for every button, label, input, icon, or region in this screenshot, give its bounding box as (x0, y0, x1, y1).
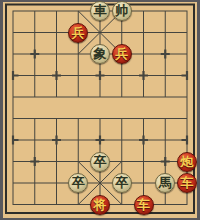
board-point-i7[interactable]: 炮 (176, 151, 198, 173)
board-point-i4[interactable] (176, 86, 198, 108)
board-point-e3[interactable] (89, 65, 111, 87)
board-point-c0[interactable] (46, 0, 68, 22)
board-point-a2[interactable] (2, 43, 24, 65)
board-point-e0[interactable]: 車 (89, 0, 111, 22)
piece-ivory-soldier[interactable]: 卒 (112, 173, 132, 193)
board-point-f5[interactable] (111, 108, 133, 130)
piece-red-general[interactable]: 将 (90, 195, 110, 215)
board-point-d4[interactable] (67, 86, 89, 108)
board-point-b1[interactable] (24, 22, 46, 44)
board-point-b3[interactable] (24, 65, 46, 87)
board-point-e1[interactable] (89, 22, 111, 44)
board-point-e2[interactable]: 象 (89, 43, 111, 65)
piece-ivory-soldier[interactable]: 卒 (90, 152, 110, 172)
board-point-h0[interactable] (154, 0, 176, 22)
piece-red-soldier[interactable]: 兵 (112, 44, 132, 64)
board-point-i1[interactable] (176, 22, 198, 44)
board-point-h8[interactable]: 馬 (154, 172, 176, 194)
board-point-f8[interactable]: 卒 (111, 172, 133, 194)
board-point-g8[interactable] (133, 172, 155, 194)
board-point-c1[interactable] (46, 22, 68, 44)
piece-ivory-elephant[interactable]: 象 (90, 44, 110, 64)
board-point-b6[interactable] (24, 129, 46, 151)
board-point-a6[interactable] (2, 129, 24, 151)
board-point-i5[interactable] (176, 108, 198, 130)
piece-ivory-general[interactable]: 帅 (112, 1, 132, 21)
board-point-a3[interactable] (2, 65, 24, 87)
board-point-b0[interactable] (24, 0, 46, 22)
board-point-b7[interactable] (24, 151, 46, 173)
board-point-d2[interactable] (67, 43, 89, 65)
board-point-c6[interactable] (46, 129, 68, 151)
board-point-i3[interactable] (176, 65, 198, 87)
board-point-i9[interactable] (176, 194, 198, 216)
board-point-g2[interactable] (133, 43, 155, 65)
board-point-c4[interactable] (46, 86, 68, 108)
board-point-f0[interactable]: 帅 (111, 0, 133, 22)
board-points: 車帅兵象兵卒炮卒卒馬车将车 (2, 0, 198, 215)
board-point-a4[interactable] (2, 86, 24, 108)
board-point-g4[interactable] (133, 86, 155, 108)
board-point-i8[interactable]: 车 (176, 172, 198, 194)
board-point-c5[interactable] (46, 108, 68, 130)
piece-ivory-soldier[interactable]: 卒 (68, 173, 88, 193)
board-point-f1[interactable] (111, 22, 133, 44)
board-point-d5[interactable] (67, 108, 89, 130)
piece-red-cannon[interactable]: 炮 (177, 152, 197, 172)
board-point-d8[interactable]: 卒 (67, 172, 89, 194)
board-point-e7[interactable]: 卒 (89, 151, 111, 173)
board-point-c9[interactable] (46, 194, 68, 216)
piece-ivory-horse[interactable]: 馬 (155, 173, 175, 193)
board-point-d6[interactable] (67, 129, 89, 151)
board-point-g5[interactable] (133, 108, 155, 130)
board-point-h1[interactable] (154, 22, 176, 44)
board-point-a0[interactable] (2, 0, 24, 22)
piece-red-soldier[interactable]: 兵 (68, 23, 88, 43)
board-point-e9[interactable]: 将 (89, 194, 111, 216)
board-point-d3[interactable] (67, 65, 89, 87)
board-point-f4[interactable] (111, 86, 133, 108)
board-point-h7[interactable] (154, 151, 176, 173)
board-point-c8[interactable] (46, 172, 68, 194)
board-point-h4[interactable] (154, 86, 176, 108)
board-point-g6[interactable] (133, 129, 155, 151)
board-point-i6[interactable] (176, 129, 198, 151)
board-point-b2[interactable] (24, 43, 46, 65)
board-point-h5[interactable] (154, 108, 176, 130)
piece-ivory-chariot[interactable]: 車 (90, 1, 110, 21)
board-point-e5[interactable] (89, 108, 111, 130)
board-point-e6[interactable] (89, 129, 111, 151)
board-point-f3[interactable] (111, 65, 133, 87)
board-point-b9[interactable] (24, 194, 46, 216)
board-point-f9[interactable] (111, 194, 133, 216)
board-point-a9[interactable] (2, 194, 24, 216)
board-point-g7[interactable] (133, 151, 155, 173)
board-point-h3[interactable] (154, 65, 176, 87)
board-point-h2[interactable] (154, 43, 176, 65)
board-point-d1[interactable]: 兵 (67, 22, 89, 44)
board-point-d0[interactable] (67, 0, 89, 22)
board-point-a8[interactable] (2, 172, 24, 194)
board-point-d7[interactable] (67, 151, 89, 173)
board-point-c2[interactable] (46, 43, 68, 65)
board-point-i0[interactable] (176, 0, 198, 22)
board-point-c3[interactable] (46, 65, 68, 87)
board-point-h6[interactable] (154, 129, 176, 151)
board-point-g9[interactable]: 车 (133, 194, 155, 216)
board-point-a1[interactable] (2, 22, 24, 44)
board-point-f6[interactable] (111, 129, 133, 151)
board-point-b5[interactable] (24, 108, 46, 130)
board-point-e8[interactable] (89, 172, 111, 194)
piece-red-chariot[interactable]: 车 (177, 173, 197, 193)
board-point-f2[interactable]: 兵 (111, 43, 133, 65)
board-point-h9[interactable] (154, 194, 176, 216)
board-point-b4[interactable] (24, 86, 46, 108)
xiangqi-app-window: 車帅兵象兵卒炮卒卒馬车将车 (0, 0, 200, 220)
board-point-g1[interactable] (133, 22, 155, 44)
board-point-b8[interactable] (24, 172, 46, 194)
board-point-c7[interactable] (46, 151, 68, 173)
board-point-d9[interactable] (67, 194, 89, 216)
board-point-f7[interactable] (111, 151, 133, 173)
piece-red-chariot[interactable]: 车 (134, 195, 154, 215)
board-point-g3[interactable] (133, 65, 155, 87)
board-point-a5[interactable] (2, 108, 24, 130)
board-point-g0[interactable] (133, 0, 155, 22)
board-point-a7[interactable] (2, 151, 24, 173)
board-point-e4[interactable] (89, 86, 111, 108)
board-point-i2[interactable] (176, 43, 198, 65)
